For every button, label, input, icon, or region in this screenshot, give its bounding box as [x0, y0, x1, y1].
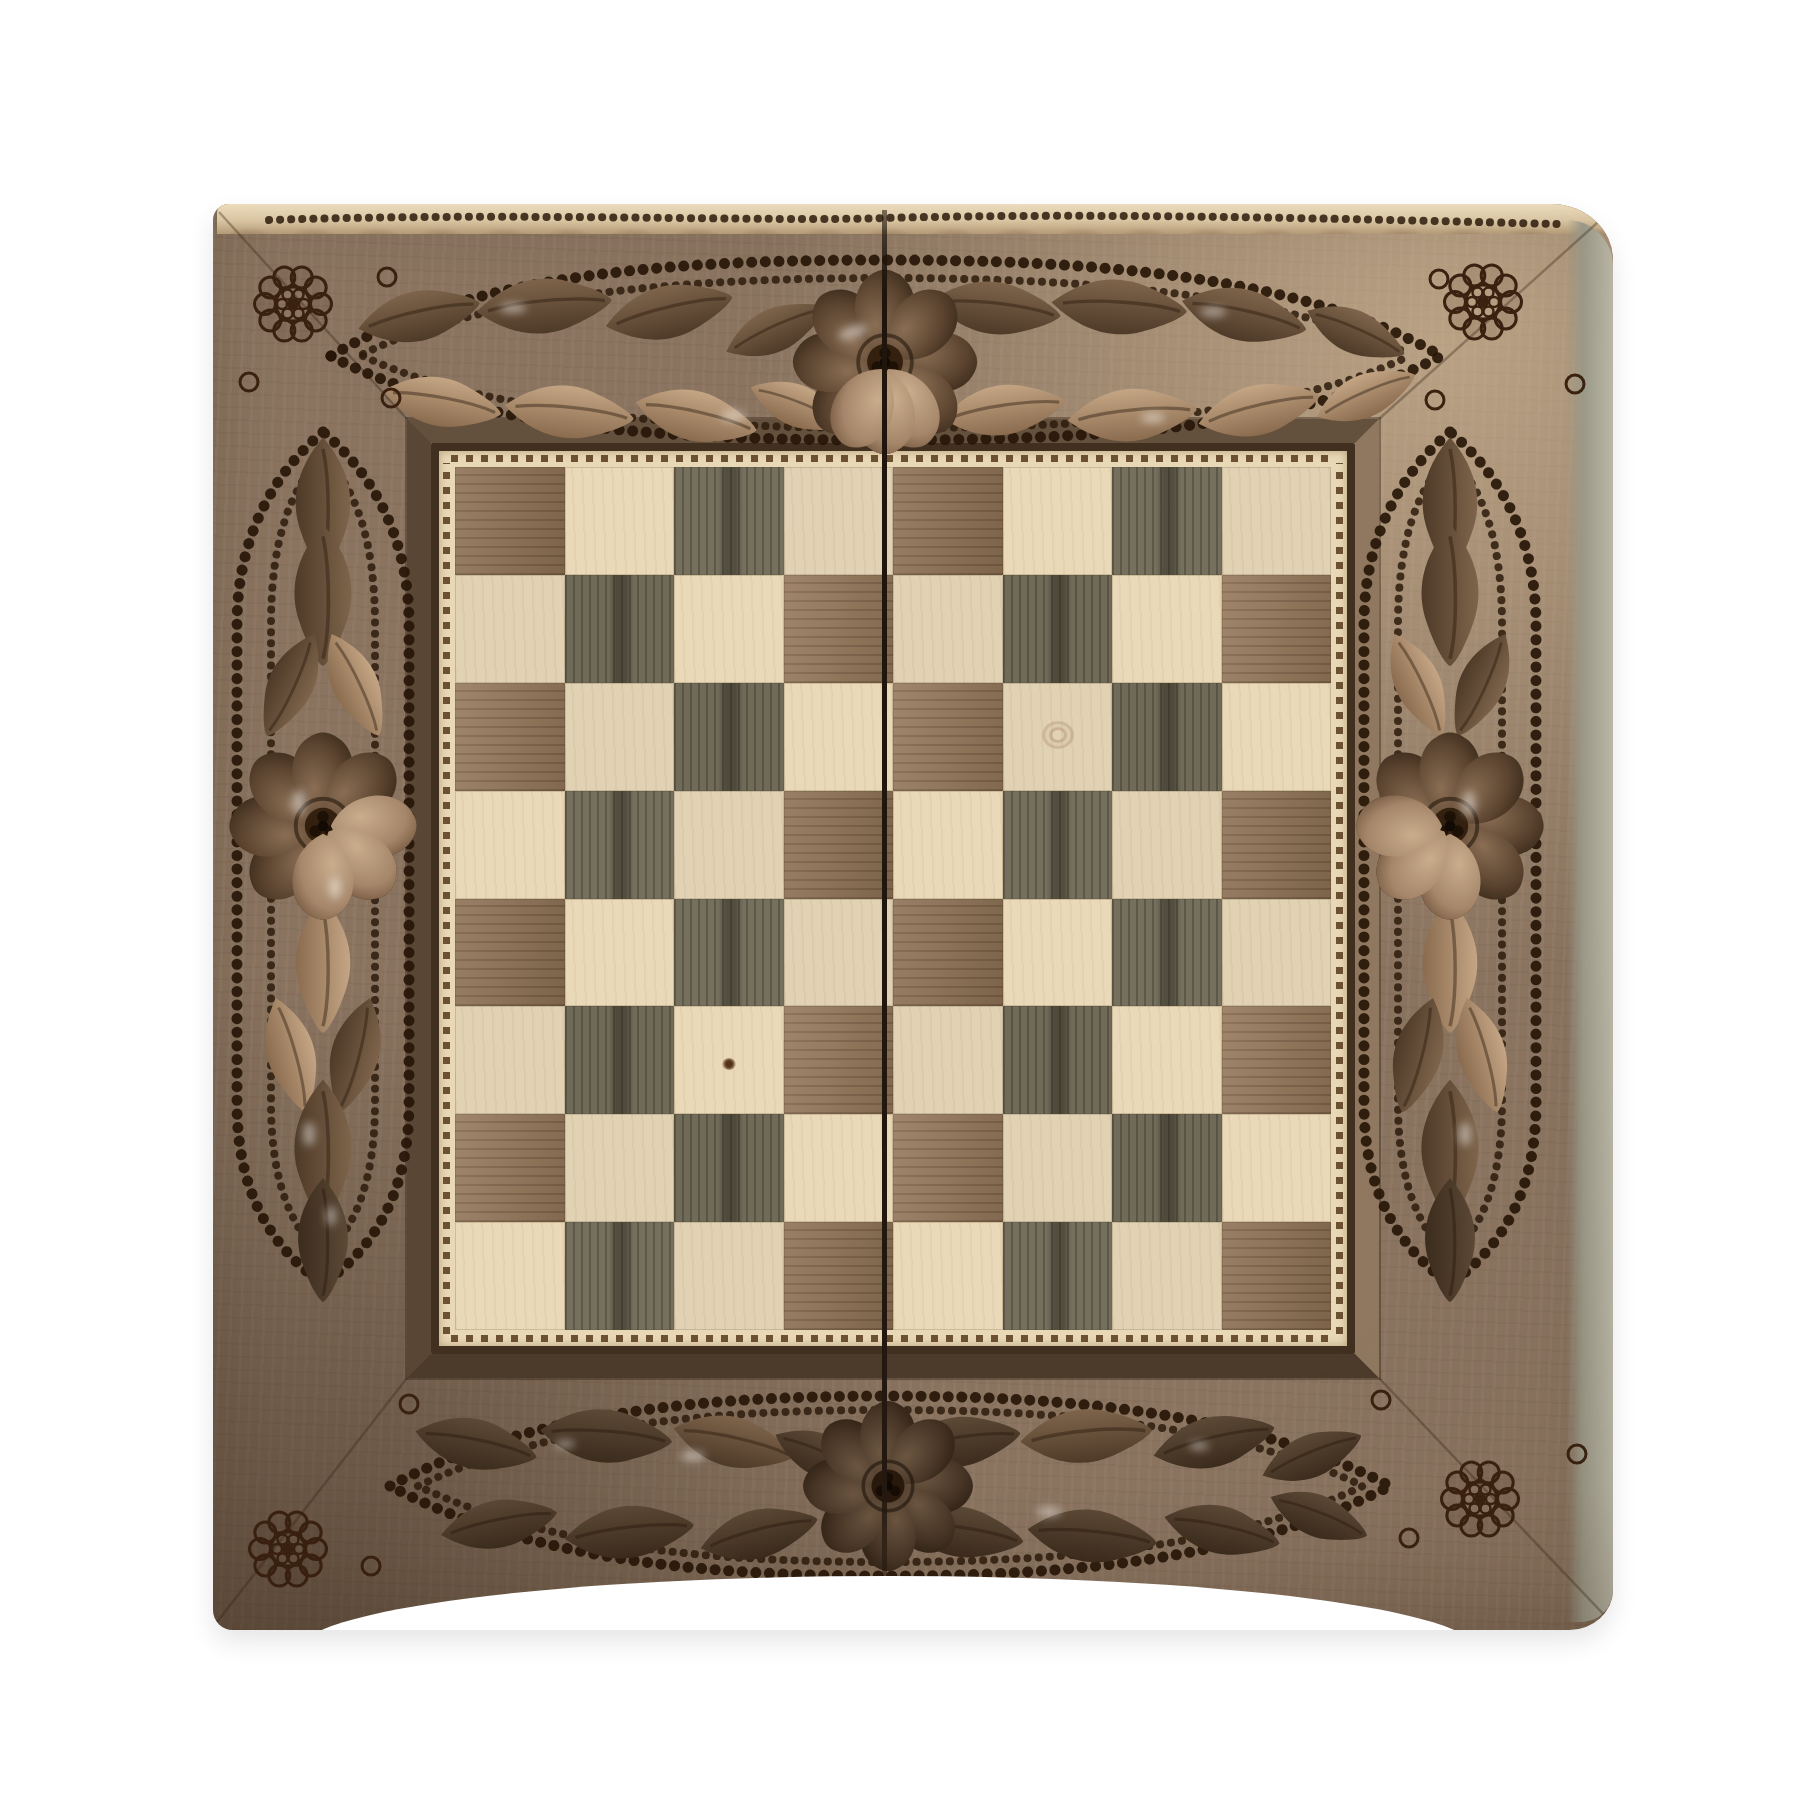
- square-c1[interactable]: [674, 1222, 784, 1330]
- square-f2[interactable]: [1003, 1114, 1113, 1222]
- square-b4[interactable]: [565, 899, 675, 1007]
- square-g8[interactable]: [1112, 467, 1222, 575]
- square-c3[interactable]: [674, 1006, 784, 1114]
- square-d8[interactable]: [784, 467, 894, 575]
- chessboard: [455, 467, 1331, 1330]
- square-a4[interactable]: [455, 899, 565, 1007]
- inlay-dash-top: [451, 455, 1335, 462]
- square-b3[interactable]: [565, 1006, 675, 1114]
- square-f7[interactable]: [1003, 575, 1113, 683]
- square-g7[interactable]: [1112, 575, 1222, 683]
- square-h7[interactable]: [1222, 575, 1332, 683]
- square-d4[interactable]: [784, 899, 894, 1007]
- square-d5[interactable]: [784, 791, 894, 899]
- square-e4[interactable]: [893, 899, 1003, 1007]
- wooden-chessboard: [213, 204, 1613, 1630]
- square-a6[interactable]: [455, 683, 565, 791]
- inlay-dash-right: [1336, 463, 1343, 1334]
- square-f1[interactable]: [1003, 1222, 1113, 1330]
- square-f6[interactable]: [1003, 683, 1113, 791]
- square-a8[interactable]: [455, 467, 565, 575]
- square-b1[interactable]: [565, 1222, 675, 1330]
- square-g5[interactable]: [1112, 791, 1222, 899]
- fold-seam: [882, 210, 887, 1578]
- square-f3[interactable]: [1003, 1006, 1113, 1114]
- board-top-slab-edge: [217, 204, 1609, 234]
- square-d3[interactable]: [784, 1006, 894, 1114]
- square-e3[interactable]: [893, 1006, 1003, 1114]
- square-f4[interactable]: [1003, 899, 1113, 1007]
- board-right-slab-edge: [1567, 220, 1613, 1622]
- square-b6[interactable]: [565, 683, 675, 791]
- square-c5[interactable]: [674, 791, 784, 899]
- square-h8[interactable]: [1222, 467, 1332, 575]
- square-e5[interactable]: [893, 791, 1003, 899]
- square-g4[interactable]: [1112, 899, 1222, 1007]
- inlay-dash-bottom: [451, 1335, 1335, 1342]
- square-e8[interactable]: [893, 467, 1003, 575]
- photo-background: [0, 0, 1800, 1800]
- square-d2[interactable]: [784, 1114, 894, 1222]
- square-b8[interactable]: [565, 467, 675, 575]
- square-g3[interactable]: [1112, 1006, 1222, 1114]
- square-d1[interactable]: [784, 1222, 894, 1330]
- square-c6[interactable]: [674, 683, 784, 791]
- square-a7[interactable]: [455, 575, 565, 683]
- square-e1[interactable]: [893, 1222, 1003, 1330]
- square-a3[interactable]: [455, 1006, 565, 1114]
- square-g2[interactable]: [1112, 1114, 1222, 1222]
- square-h6[interactable]: [1222, 683, 1332, 791]
- square-a5[interactable]: [455, 791, 565, 899]
- square-c7[interactable]: [674, 575, 784, 683]
- square-g6[interactable]: [1112, 683, 1222, 791]
- square-e7[interactable]: [893, 575, 1003, 683]
- square-c2[interactable]: [674, 1114, 784, 1222]
- square-a2[interactable]: [455, 1114, 565, 1222]
- square-f5[interactable]: [1003, 791, 1113, 899]
- square-a1[interactable]: [455, 1222, 565, 1330]
- square-b5[interactable]: [565, 791, 675, 899]
- square-g1[interactable]: [1112, 1222, 1222, 1330]
- square-d7[interactable]: [784, 575, 894, 683]
- square-e2[interactable]: [893, 1114, 1003, 1222]
- square-b7[interactable]: [565, 575, 675, 683]
- square-h1[interactable]: [1222, 1222, 1332, 1330]
- square-e6[interactable]: [893, 683, 1003, 791]
- square-c4[interactable]: [674, 899, 784, 1007]
- square-c8[interactable]: [674, 467, 784, 575]
- square-h3[interactable]: [1222, 1006, 1332, 1114]
- square-h5[interactable]: [1222, 791, 1332, 899]
- square-d6[interactable]: [784, 683, 894, 791]
- square-f8[interactable]: [1003, 467, 1113, 575]
- square-b2[interactable]: [565, 1114, 675, 1222]
- square-h4[interactable]: [1222, 899, 1332, 1007]
- inlay-dash-left: [443, 463, 450, 1334]
- square-h2[interactable]: [1222, 1114, 1332, 1222]
